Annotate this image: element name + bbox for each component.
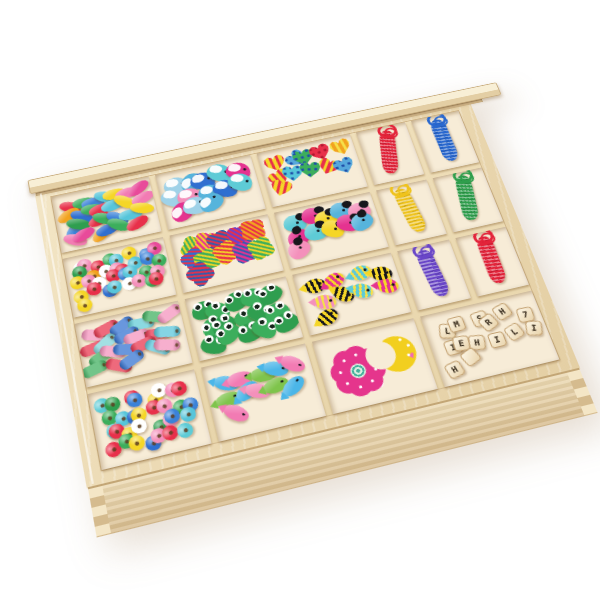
bead-cyl	[155, 302, 183, 326]
letter-bead-glyph: 7	[522, 310, 530, 320]
flower-bead	[349, 363, 367, 379]
photo-canvas: Overhead photo of an open natural-wood s…	[0, 0, 600, 600]
cord-bundle	[454, 175, 480, 221]
bead-fish	[279, 372, 308, 400]
letter-bead-glyph: I	[493, 334, 502, 344]
compartment-cord-green	[432, 167, 503, 232]
compartment-flower-moon: ♥	[312, 318, 438, 414]
butterfly-bead	[361, 375, 388, 395]
compartment-cord-blue	[410, 111, 479, 173]
cord-bundle	[392, 187, 430, 235]
letter-bead-glyph: H	[473, 337, 480, 347]
letter-bead-glyph: I	[531, 323, 538, 332]
bead-letter: H	[443, 359, 466, 380]
compartment-fish-beads	[201, 343, 326, 441]
letter-bead-glyph: M	[452, 319, 461, 329]
letter-bead-glyph: H	[497, 307, 507, 317]
bead-letter: L	[503, 322, 526, 342]
bead-round	[85, 282, 102, 296]
cord-bundle	[379, 130, 400, 174]
moon-bead: ♥	[370, 330, 424, 378]
bead-fish	[221, 402, 252, 425]
bead-heart	[330, 154, 358, 176]
cord-bundle	[474, 235, 508, 285]
letter-bead-glyph: E	[458, 339, 466, 349]
cord-bundle	[414, 248, 452, 299]
wooden-bead-box: ♥LMSRH7IEHILIH	[34, 96, 599, 538]
heart-icon: ♥	[406, 349, 418, 361]
bead-sfish	[314, 305, 342, 328]
letter-bead-glyph: H	[449, 364, 459, 375]
bead-letter: I	[525, 321, 543, 336]
bead-cyl	[153, 325, 180, 338]
bead-sfish	[376, 279, 398, 293]
letter-bead-glyph: L	[509, 327, 520, 337]
compartment-round-beads-lower	[88, 369, 212, 470]
bead-cyl	[153, 339, 181, 351]
bead-heart	[306, 141, 334, 163]
bead-round	[126, 392, 142, 408]
bead-sfish	[314, 294, 337, 309]
cord-bundle	[428, 118, 460, 162]
bead-round	[147, 271, 164, 286]
bead-heart	[327, 136, 355, 158]
letter-bead-glyph: R	[483, 317, 494, 327]
